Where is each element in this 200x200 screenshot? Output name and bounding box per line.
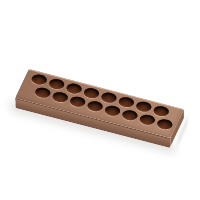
pit-r2-c5[interactable]: [103, 104, 122, 117]
pit-r1-c8[interactable]: [152, 104, 171, 117]
pit-r2-c6[interactable]: [121, 108, 140, 121]
pit-r2-c7[interactable]: [138, 113, 157, 126]
pit-r1-c4[interactable]: [82, 86, 101, 99]
pit-r1-c2[interactable]: [47, 77, 66, 90]
pit-r1-c6[interactable]: [117, 95, 136, 108]
pit-r1-c1[interactable]: [30, 73, 49, 86]
pit-r2-c8[interactable]: [155, 117, 174, 130]
pit-r2-c1[interactable]: [33, 86, 52, 99]
pit-r2-c3[interactable]: [68, 95, 87, 108]
pit-r1-c7[interactable]: [134, 100, 153, 113]
product-photo-stage: [0, 0, 200, 200]
pit-r2-c4[interactable]: [86, 99, 105, 112]
pit-r1-c3[interactable]: [65, 82, 84, 95]
pit-r1-c5[interactable]: [100, 91, 119, 104]
pit-r2-c2[interactable]: [51, 90, 70, 103]
